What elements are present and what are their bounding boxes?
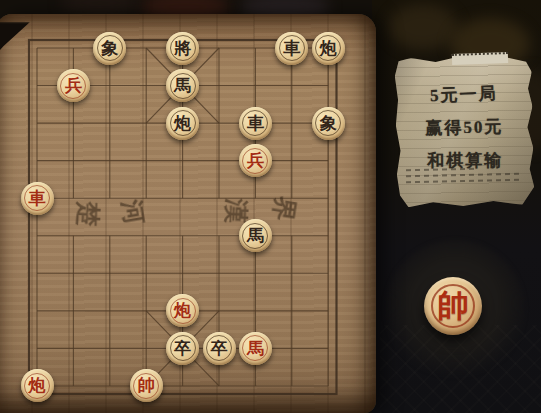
piece-char: 炮: [320, 40, 337, 57]
piece-char: 象: [320, 115, 337, 132]
river-label: 界: [266, 194, 303, 224]
piece-char: 車: [29, 190, 46, 207]
piece-black-soldier-1[interactable]: 卒: [166, 332, 199, 365]
piece-char: 卒: [174, 340, 191, 357]
piece-char: 馬: [247, 227, 264, 244]
piece-red-general[interactable]: 帥: [130, 369, 163, 402]
piece-char: 車: [247, 115, 264, 132]
piece-char: 卒: [211, 340, 228, 357]
piece-black-cannon-2[interactable]: 炮: [166, 107, 199, 140]
piece-red-soldier-1[interactable]: 兵: [57, 69, 90, 102]
red-general-button[interactable]: 帥: [424, 277, 482, 335]
piece-char: 帥: [138, 377, 155, 394]
piece-black-horse-2[interactable]: 馬: [239, 219, 272, 252]
piece-red-chariot[interactable]: 車: [21, 182, 54, 215]
piece-black-cannon-1[interactable]: 炮: [312, 32, 345, 65]
piece-char: 馬: [247, 340, 264, 357]
piece-black-chariot-1[interactable]: 車: [275, 32, 308, 65]
piece-black-elephant-1[interactable]: 象: [93, 32, 126, 65]
piece-black-elephant-2[interactable]: 象: [312, 107, 345, 140]
piece-char: 馬: [174, 77, 191, 94]
general-button-char: 帥: [438, 285, 469, 327]
stakes-line-2: 赢得50元: [396, 115, 533, 141]
foliage-decor: [388, 4, 458, 50]
piece-black-general[interactable]: 將: [166, 32, 199, 65]
torn-paper-scrap: [452, 52, 508, 65]
river-label: 楚: [71, 201, 105, 227]
fine-print-decor: [406, 167, 521, 195]
piece-char: 象: [101, 40, 118, 57]
piece-black-soldier-2[interactable]: 卒: [203, 332, 236, 365]
piece-char: 將: [174, 40, 191, 57]
piece-red-soldier-2[interactable]: 兵: [239, 144, 272, 177]
stakes-note: 5元一局 赢得50元 和棋算输: [394, 56, 534, 208]
piece-black-horse-1[interactable]: 馬: [166, 69, 199, 102]
torn-corner-decor: [0, 22, 30, 68]
piece-char: 兵: [65, 77, 82, 94]
piece-char: 車: [283, 40, 300, 57]
basket-weave-decor: [380, 325, 541, 413]
piece-char: 炮: [174, 302, 191, 319]
piece-char: 炮: [174, 115, 191, 132]
piece-char: 炮: [29, 377, 46, 394]
piece-red-cannon-2[interactable]: 炮: [21, 369, 54, 402]
piece-black-chariot-2[interactable]: 車: [239, 107, 272, 140]
xiangqi-game-screen: 楚 河 漢 界 象將車炮兵馬炮車象兵車馬炮卒卒馬炮帥 5元一局 赢得50元 和棋…: [0, 0, 541, 413]
piece-char: 兵: [247, 152, 264, 169]
piece-red-horse[interactable]: 馬: [239, 332, 272, 365]
stakes-line-1: 5元一局: [395, 80, 533, 108]
